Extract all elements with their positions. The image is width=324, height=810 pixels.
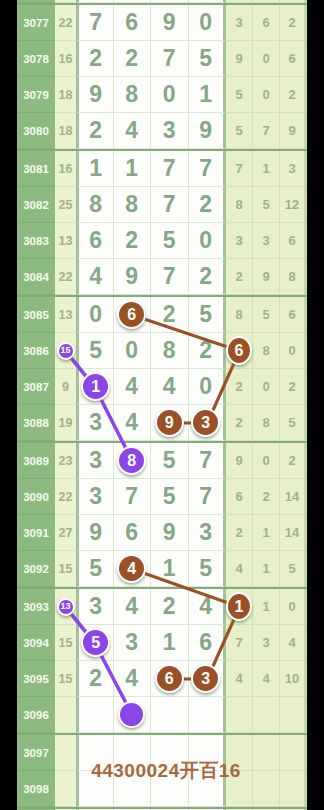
cell-stat: 2 [226,369,253,405]
mark-circle-brown: 6 [226,336,252,365]
cell-digit-value: 2 [89,45,102,72]
chart-row: 30912796932114 [17,515,307,551]
cell-stat-value: 8 [288,269,295,284]
cell-period: 3084 [17,259,55,295]
chart-row: 3093133424110 [17,589,307,625]
chart-row: 3081161177713 [17,151,307,187]
cell-stat: 3 [226,5,253,41]
cell-digit: 7 [189,479,227,515]
cell-period: 3081 [17,151,55,187]
cell-digit-value: 4 [163,373,176,400]
cell-stat: 9 [226,443,253,479]
cell-period-value: 3083 [23,235,49,247]
cell-digit: 3 [76,589,114,625]
cell-digit-value: 2 [163,593,176,620]
cell-stat-value: 4 [288,635,295,650]
cell-digit [151,0,189,3]
cell-stat: 5 [253,297,280,333]
cell-digit [189,697,227,733]
mark-circle-purple: 1 [81,372,110,401]
cell-stat-value: 10 [285,671,299,686]
cell-digit: 5 [151,443,189,479]
cell-digit-value: 9 [89,81,102,108]
cell-digit: 2 [76,113,114,149]
mark-circle-brown: 6 [155,664,184,693]
cell-digit: 7 [151,259,189,295]
cell-stat: 9 [226,41,253,77]
mark-circle-brown: 6 [117,300,146,329]
cell-digit: 3 [76,443,114,479]
trend-grid: 3077227690362307816227590630791898015023… [17,0,307,810]
cell-digit-value: 5 [199,555,212,582]
cell-sum-value: 19 [59,416,73,430]
cell-stat-value: 12 [285,197,299,212]
cell-period: 3090 [17,479,55,515]
cell-digit-value: 8 [163,337,176,364]
cell-digit: 2 [189,259,227,295]
cell-stat-value: 1 [262,161,269,176]
cell-digit [189,0,227,3]
cell-digit: 9 [76,77,114,113]
cell-stat-value: 8 [262,415,269,430]
cell-period-value: 3078 [23,53,49,65]
cell-stat: 0 [253,41,280,77]
cell-stat-value: 2 [288,453,295,468]
cell-digit-value: 0 [125,337,138,364]
cell-sum: 18 [55,113,76,149]
cell-sum-value: 13 [59,308,73,322]
cell-stat: 0 [253,77,280,113]
cell-stat: 8 [226,187,253,223]
cell-digit [114,0,152,3]
cell-stat: 2 [280,77,307,113]
cell-period-value: 3097 [23,747,49,759]
cell-digit: 1 [151,551,189,587]
cell-digit: 6 [189,625,227,661]
cell-sum-value: 15 [59,636,73,650]
cell-stat-value: 2 [235,415,242,430]
cell-period: 3088 [17,405,55,441]
cell-digit-value: 5 [199,301,212,328]
cell-stat-value: 6 [262,15,269,30]
cell-digit-value: 4 [125,117,138,144]
cell-stat-value: 8 [235,307,242,322]
cell-sum: 16 [55,151,76,187]
cell-period: 3080 [17,113,55,149]
cell-digit-value: 5 [163,483,176,510]
cell-stat: 7 [253,113,280,149]
cell-digit: 5 [76,551,114,587]
cell-sum: 15 [55,625,76,661]
cell-stat: 2 [226,259,253,295]
cell-digit: 3 [151,113,189,149]
cell-stat-value: 2 [235,525,242,540]
cell-digit: 5 [76,625,114,661]
cell-stat: 14 [280,479,307,515]
cell-period-value: 3090 [23,491,49,503]
cell-period: 3097 [17,735,55,771]
cell-digit-value: 1 [125,155,138,182]
cell-sum: 23 [55,443,76,479]
cell-period: 3087 [17,369,55,405]
cell-period [17,0,55,3]
cell-stat-value: 9 [262,269,269,284]
cell-digit-value: 4 [89,263,102,290]
chart-row: 3088193493285 [17,405,307,441]
cell-stat-value: 1 [262,525,269,540]
cell-digit-value: 6 [125,9,138,36]
cell-digit: 7 [76,5,114,41]
cell-stat-value: 0 [262,51,269,66]
cell-digit: 2 [114,223,152,259]
cell-digit: 8 [76,187,114,223]
chart-row: 3083136250336 [17,223,307,259]
cell-stat-value: 5 [262,307,269,322]
cell-digit-value: 2 [199,191,212,218]
cell-digit-value: 4 [125,665,138,692]
cell-digit-value: 9 [163,519,176,546]
cell-digit-value: 8 [125,191,138,218]
cell-digit: 5 [151,223,189,259]
cell-digit: 7 [151,41,189,77]
cell-stat: 12 [280,187,307,223]
cell-digit: 3 [189,515,227,551]
cell-digit-value: 0 [163,81,176,108]
cell-stat: 3 [253,625,280,661]
cell-digit: 3 [76,405,114,441]
cell-period: 3096 [17,697,55,733]
cell-stat: 7 [226,625,253,661]
cell-digit-value: 7 [163,45,176,72]
chart-row: 3080182439579 [17,113,307,149]
cell-period-value: 3077 [23,17,49,29]
cell-stat-value: 2 [288,15,295,30]
cell-digit: 6 [114,5,152,41]
cell-stat [253,0,280,3]
cell-sum: 27 [55,515,76,551]
cell-digit: 2 [151,297,189,333]
cell-stat: 6 [280,41,307,77]
cell-sum [55,0,76,3]
cell-digit: 2 [114,41,152,77]
cell-period-value: 3091 [23,527,49,539]
cell-digit: 2 [76,41,114,77]
cell-period: 3095 [17,661,55,697]
cell-digit-value: 1 [199,81,212,108]
cell-stat-value: 6 [288,51,295,66]
cell-digit: 0 [76,297,114,333]
cell-sum: 13 [55,223,76,259]
cell-sum: 16 [55,41,76,77]
mark-circle-purple: 5 [81,628,110,657]
cell-stat-value: 2 [288,379,295,394]
cell-period-value: 3082 [23,199,49,211]
mark-circle-brown: 1 [226,592,252,621]
cell-digit: 5 [189,297,227,333]
chart-row: 3084224972298 [17,259,307,295]
cell-stat [280,735,307,771]
cell-digit-value: 6 [199,629,212,656]
cell-period-value: 3079 [23,89,49,101]
cell-digit [114,697,152,733]
chart-row: 30951524634410 [17,661,307,697]
cell-stat-value: 9 [235,51,242,66]
cell-digit-value: 9 [125,263,138,290]
cell-digit-value: 2 [125,227,138,254]
cell-stat: 0 [253,369,280,405]
cell-sum: 9 [55,369,76,405]
cell-digit: 4 [114,369,152,405]
cell-stat: 1 [253,551,280,587]
cell-digit [151,697,189,733]
cell-stat-value: 14 [285,489,299,504]
cell-stat: 2 [280,369,307,405]
cell-stat-value: 0 [262,379,269,394]
cell-sum-value: 22 [59,270,73,284]
cell-sum-value: 27 [59,526,73,540]
cell-stat-value: 5 [288,415,295,430]
cell-sum: 13 [55,589,76,625]
cell-sum-value: 22 [59,490,73,504]
cell-digit-value: 2 [89,117,102,144]
cell-stat [226,697,253,733]
cell-digit-value: 5 [199,45,212,72]
cell-digit: 9 [151,405,189,441]
cell-digit-value: 7 [163,191,176,218]
cell-stat: 7 [226,151,253,187]
cell-stat: 5 [280,405,307,441]
cell-digit: 4 [114,589,152,625]
cell-stat [280,0,307,3]
cell-stat: 5 [253,187,280,223]
cell-period-value: 3081 [23,163,49,175]
cell-digit: 5 [151,479,189,515]
cell-digit-value: 7 [89,9,102,36]
cell-digit-value: 7 [125,483,138,510]
cell-period-value: 3095 [23,673,49,685]
cell-digit: 3 [189,405,227,441]
cell-period: 3091 [17,515,55,551]
cell-digit-value: 7 [163,263,176,290]
cell-digit: 0 [151,77,189,113]
cell-stat-value: 4 [235,671,242,686]
cell-period: 3077 [17,5,55,41]
cell-digit-value: 5 [89,555,102,582]
cell-digit-value: 4 [199,593,212,620]
cell-stat-value: 6 [235,489,242,504]
cell-stat [253,771,280,807]
cell-digit: 9 [76,515,114,551]
cell-stat-value: 3 [262,635,269,650]
partial-row [17,0,307,3]
cell-stat: 1 [226,589,253,625]
cell-sum: 19 [55,405,76,441]
cell-sum: 15 [55,333,76,369]
cell-digit: 6 [114,297,152,333]
cell-stat [253,697,280,733]
cell-stat: 1 [253,589,280,625]
chart-row: 3092155415415 [17,551,307,587]
cell-stat: 2 [280,443,307,479]
cell-sum: 15 [55,661,76,697]
cell-stat: 3 [226,223,253,259]
cell-digit: 4 [76,259,114,295]
cell-period: 3092 [17,551,55,587]
cell-period: 3094 [17,625,55,661]
cell-stat: 0 [280,333,307,369]
cell-digit: 1 [76,151,114,187]
mark-circle-brown: 4 [117,554,146,583]
cell-period: 3098 [17,771,55,807]
cell-digit-value: 3 [199,519,212,546]
cell-period-value: 3092 [23,563,49,575]
cell-period-value: 3088 [23,417,49,429]
cell-stat: 10 [280,661,307,697]
cell-digit: 5 [189,41,227,77]
chart-row: 308791440202 [17,369,307,405]
cell-sum: 22 [55,259,76,295]
cell-digit: 7 [189,151,227,187]
lottery-trend-chart: 3077227690362307816227590630791898015023… [17,0,307,810]
cell-digit-value: 9 [163,9,176,36]
cell-digit-value: 9 [89,519,102,546]
cell-digit: 6 [76,223,114,259]
cell-period: 3086 [17,333,55,369]
cell-stat: 8 [253,405,280,441]
cell-stat: 4 [280,625,307,661]
cell-sum [55,771,76,807]
cell-stat-value: 7 [262,123,269,138]
cell-sum [55,735,76,771]
cell-period-value: 3096 [23,709,49,721]
cell-digit-value: 0 [199,227,212,254]
cell-stat: 3 [280,151,307,187]
cell-digit-value: 3 [89,483,102,510]
cell-stat [253,735,280,771]
cell-digit: 8 [114,187,152,223]
cell-digit: 0 [189,223,227,259]
cell-digit-value: 8 [89,191,102,218]
cell-sum-value: 9 [62,380,69,394]
cell-sum-value: 16 [59,162,73,176]
cell-digit: 4 [189,589,227,625]
cell-stat: 2 [253,479,280,515]
cell-stat: 8 [226,297,253,333]
mark-circle-purple-small: 15 [57,342,75,360]
cell-stat-value: 5 [288,561,295,576]
chart-row: 3085130625856 [17,297,307,333]
cell-digit: 2 [76,661,114,697]
chart-row: 3079189801502 [17,77,307,113]
mark-circle-purple-small: 13 [57,598,75,616]
watermark-text: 44300024开百16 [91,758,241,784]
cell-stat: 5 [280,551,307,587]
cell-digit-value: 8 [125,81,138,108]
cell-sum-value: 25 [59,198,73,212]
cell-period-value: 3080 [23,125,49,137]
cell-stat-value: 5 [235,123,242,138]
cell-digit: 1 [76,369,114,405]
cell-digit-value: 2 [125,45,138,72]
cell-period-value: 3084 [23,271,49,283]
cell-period: 3078 [17,41,55,77]
cell-stat-value: 1 [262,561,269,576]
cell-digit-value: 0 [199,373,212,400]
cell-sum [55,697,76,733]
cell-digit-value: 1 [163,629,176,656]
cell-stat-value: 2 [235,379,242,394]
cell-digit: 9 [151,515,189,551]
cell-sum-value: 15 [59,562,73,576]
cell-stat-value: 3 [288,161,295,176]
chart-row: 3086155082680 [17,333,307,369]
cell-digit-value: 0 [89,301,102,328]
cell-stat-value: 6 [288,233,295,248]
cell-period: 3083 [17,223,55,259]
cell-digit: 1 [151,625,189,661]
cell-sum-value: 18 [59,124,73,138]
cell-digit-value: 3 [89,593,102,620]
cell-digit-value: 1 [163,555,176,582]
cell-stat: 9 [253,259,280,295]
cell-digit: 7 [151,151,189,187]
cell-sum-value: 16 [59,52,73,66]
cell-sum: 22 [55,5,76,41]
cell-digit: 9 [151,5,189,41]
cell-digit: 4 [114,405,152,441]
chart-row: 3094155316734 [17,625,307,661]
cell-digit: 6 [114,515,152,551]
cell-stat: 1 [253,515,280,551]
cell-digit-value: 7 [163,155,176,182]
cell-digit: 4 [114,551,152,587]
cell-stat: 14 [280,515,307,551]
cell-digit: 3 [114,625,152,661]
cell-digit: 2 [189,333,227,369]
cell-period: 3082 [17,187,55,223]
cell-stat: 5 [226,113,253,149]
cell-stat: 6 [253,5,280,41]
chart-row: 3077227690362 [17,5,307,41]
cell-period-value: 3085 [23,309,49,321]
cell-stat-value: 2 [262,489,269,504]
cell-sum-value: 13 [59,234,73,248]
mark-dot-purple [118,701,145,728]
cell-stat: 1 [253,151,280,187]
cell-stat-value: 8 [262,343,269,358]
cell-digit: 2 [189,187,227,223]
cell-digit: 5 [189,551,227,587]
cell-stat [280,697,307,733]
cell-digit: 7 [189,443,227,479]
cell-digit-value: 6 [89,227,102,254]
cell-stat: 9 [280,113,307,149]
cell-digit: 8 [114,77,152,113]
cell-digit: 1 [114,151,152,187]
cell-digit-value: 5 [163,227,176,254]
cell-sum: 18 [55,77,76,113]
cell-digit: 3 [189,661,227,697]
cell-digit-value: 3 [163,117,176,144]
chart-row: 3078162275906 [17,41,307,77]
cell-stat: 6 [226,333,253,369]
cell-digit: 9 [189,113,227,149]
cell-digit-value: 2 [163,301,176,328]
cell-period: 3079 [17,77,55,113]
cell-digit-value: 4 [125,593,138,620]
cell-sum-value: 15 [59,672,73,686]
cell-digit-value: 7 [199,155,212,182]
